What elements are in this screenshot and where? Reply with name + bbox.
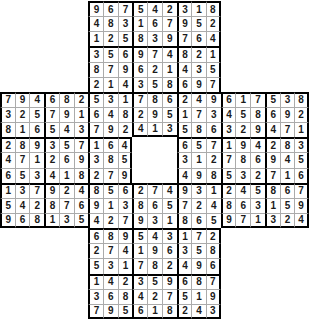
sudoku-cell-r21-c9[interactable]: 5 xyxy=(118,304,133,319)
sudoku-cell-r12-c1[interactable]: 6 xyxy=(0,168,15,183)
sudoku-cell-r16-c11[interactable]: 4 xyxy=(147,228,162,243)
empty-space xyxy=(0,274,15,289)
sudoku-cell-r9-c10[interactable]: 4 xyxy=(132,122,147,137)
sudoku-cell-r1-c10[interactable]: 5 xyxy=(132,1,147,16)
sudoku-cell-r19-c8[interactable]: 4 xyxy=(103,274,118,289)
sudoku-cell-r6-c12[interactable]: 8 xyxy=(162,77,177,92)
sudoku-cell-r19-c13[interactable]: 6 xyxy=(177,274,192,289)
sudoku-cell-r3-c11[interactable]: 3 xyxy=(147,31,162,46)
sudoku-cell-r5-c15[interactable]: 5 xyxy=(206,62,221,77)
sudoku-cell-r8-c16[interactable]: 4 xyxy=(221,107,236,122)
sudoku-cell-r15-c13[interactable]: 8 xyxy=(177,213,192,228)
sudoku-cell-r18-c15[interactable]: 6 xyxy=(206,258,221,273)
sudoku-cell-r8-c14[interactable]: 7 xyxy=(191,107,206,122)
sudoku-cell-r15-c19[interactable]: 3 xyxy=(265,213,280,228)
sudoku-cell-r18-c13[interactable]: 4 xyxy=(177,258,192,273)
sudoku-cell-r7-c9[interactable]: 1 xyxy=(118,92,133,107)
empty-space xyxy=(250,77,265,92)
sudoku-cell-r9-c8[interactable]: 9 xyxy=(103,122,118,137)
sudoku-cell-r20-c8[interactable]: 6 xyxy=(103,289,118,304)
sudoku-cell-r19-c9[interactable]: 2 xyxy=(118,274,133,289)
sudoku-cell-r9-c13[interactable]: 5 xyxy=(177,122,192,137)
sudoku-cell-r11-c2[interactable]: 7 xyxy=(15,152,30,167)
sudoku-cell-r12-c4[interactable]: 4 xyxy=(44,168,59,183)
sudoku-cell-r7-c10[interactable]: 7 xyxy=(132,92,147,107)
sudoku-cell-r12-c15[interactable]: 8 xyxy=(206,168,221,183)
sudoku-cell-r2-c14[interactable]: 5 xyxy=(191,16,206,31)
sudoku-cell-r1-c12[interactable]: 2 xyxy=(162,1,177,16)
sudoku-cell-r8-c7[interactable]: 6 xyxy=(88,107,103,122)
sudoku-cell-r17-c14[interactable]: 5 xyxy=(191,243,206,258)
sudoku-cell-r1-c8[interactable]: 6 xyxy=(103,1,118,16)
sudoku-cell-r15-c3[interactable]: 8 xyxy=(29,213,44,228)
sudoku-cell-r20-c9[interactable]: 8 xyxy=(118,289,133,304)
empty-space xyxy=(74,258,89,273)
sudoku-cell-r1-c13[interactable]: 3 xyxy=(177,1,192,16)
sudoku-cell-r21-c8[interactable]: 9 xyxy=(103,304,118,319)
sudoku-cell-r14-c6[interactable]: 6 xyxy=(74,198,89,213)
sudoku-cell-r15-c6[interactable]: 5 xyxy=(74,213,89,228)
sudoku-cell-r9-c2[interactable]: 1 xyxy=(15,122,30,137)
sudoku-cell-r6-c14[interactable]: 9 xyxy=(191,77,206,92)
sudoku-cell-r8-c5[interactable]: 9 xyxy=(59,107,74,122)
sudoku-cell-r7-c5[interactable]: 8 xyxy=(59,92,74,107)
sudoku-cell-r16-c14[interactable]: 7 xyxy=(191,228,206,243)
sudoku-cell-r15-c17[interactable]: 7 xyxy=(235,213,250,228)
sudoku-cell-r11-c14[interactable]: 1 xyxy=(191,152,206,167)
sudoku-cell-r13-c14[interactable]: 3 xyxy=(191,183,206,198)
sudoku-cell-r18-c9[interactable]: 1 xyxy=(118,258,133,273)
sudoku-cell-r15-c2[interactable]: 6 xyxy=(15,213,30,228)
sudoku-cell-r15-c10[interactable]: 9 xyxy=(132,213,147,228)
sudoku-cell-r13-c2[interactable]: 3 xyxy=(15,183,30,198)
sudoku-cell-r2-c8[interactable]: 8 xyxy=(103,16,118,31)
sudoku-cell-r11-c20[interactable]: 4 xyxy=(280,152,295,167)
sudoku-cell-r16-c10[interactable]: 5 xyxy=(132,228,147,243)
sudoku-cell-r21-c13[interactable]: 2 xyxy=(177,304,192,319)
sudoku-cell-r8-c9[interactable]: 8 xyxy=(118,107,133,122)
sudoku-cell-r8-c4[interactable]: 7 xyxy=(44,107,59,122)
sudoku-cell-r8-c10[interactable]: 2 xyxy=(132,107,147,122)
sudoku-cell-r21-c11[interactable]: 1 xyxy=(147,304,162,319)
sudoku-cell-r21-c15[interactable]: 3 xyxy=(206,304,221,319)
sudoku-cell-r4-c12[interactable]: 4 xyxy=(162,46,177,61)
sudoku-cell-r8-c11[interactable]: 9 xyxy=(147,107,162,122)
sudoku-cell-r10-c14[interactable]: 5 xyxy=(191,137,206,152)
sudoku-cell-r21-c14[interactable]: 4 xyxy=(191,304,206,319)
sudoku-cell-r10-c9[interactable]: 4 xyxy=(118,137,133,152)
sudoku-cell-r15-c5[interactable]: 3 xyxy=(59,213,74,228)
sudoku-cell-r7-c13[interactable]: 2 xyxy=(177,92,192,107)
sudoku-cell-r18-c8[interactable]: 3 xyxy=(103,258,118,273)
sudoku-cell-r21-c10[interactable]: 6 xyxy=(132,304,147,319)
sudoku-cell-r2-c9[interactable]: 3 xyxy=(118,16,133,31)
sudoku-cell-r14-c5[interactable]: 7 xyxy=(59,198,74,213)
sudoku-cell-r13-c11[interactable]: 7 xyxy=(147,183,162,198)
sudoku-cell-r15-c4[interactable]: 1 xyxy=(44,213,59,228)
sudoku-cell-r13-c18[interactable]: 5 xyxy=(250,183,265,198)
empty-space xyxy=(15,16,30,31)
sudoku-cell-r14-c9[interactable]: 3 xyxy=(118,198,133,213)
empty-space xyxy=(132,137,147,152)
sudoku-cell-r6-c10[interactable]: 3 xyxy=(132,77,147,92)
sudoku-cell-r14-c13[interactable]: 7 xyxy=(177,198,192,213)
sudoku-cell-r7-c18[interactable]: 7 xyxy=(250,92,265,107)
sudoku-cell-r10-c7[interactable]: 1 xyxy=(88,137,103,152)
sudoku-cell-r7-c3[interactable]: 4 xyxy=(29,92,44,107)
sudoku-cell-r8-c20[interactable]: 9 xyxy=(280,107,295,122)
sudoku-cell-r2-c12[interactable]: 7 xyxy=(162,16,177,31)
sudoku-cell-r17-c11[interactable]: 9 xyxy=(147,243,162,258)
sudoku-cell-r9-c9[interactable]: 2 xyxy=(118,122,133,137)
sudoku-cell-r8-c19[interactable]: 6 xyxy=(265,107,280,122)
sudoku-cell-r9-c3[interactable]: 6 xyxy=(29,122,44,137)
sudoku-cell-r13-c1[interactable]: 1 xyxy=(0,183,15,198)
sudoku-cell-r5-c11[interactable]: 2 xyxy=(147,62,162,77)
sudoku-cell-r7-c19[interactable]: 5 xyxy=(265,92,280,107)
sudoku-cell-r13-c7[interactable]: 8 xyxy=(88,183,103,198)
empty-space xyxy=(15,31,30,46)
sudoku-cell-r6-c9[interactable]: 4 xyxy=(118,77,133,92)
sudoku-cell-r19-c7[interactable]: 1 xyxy=(88,274,103,289)
sudoku-cell-r11-c17[interactable]: 8 xyxy=(235,152,250,167)
sudoku-cell-r2-c13[interactable]: 9 xyxy=(177,16,192,31)
sudoku-cell-r7-c7[interactable]: 5 xyxy=(88,92,103,107)
sudoku-cell-r17-c8[interactable]: 7 xyxy=(103,243,118,258)
sudoku-cell-r13-c10[interactable]: 2 xyxy=(132,183,147,198)
sudoku-cell-r12-c21[interactable]: 6 xyxy=(294,168,309,183)
sudoku-cell-r12-c3[interactable]: 3 xyxy=(29,168,44,183)
sudoku-cell-r15-c20[interactable]: 2 xyxy=(280,213,295,228)
sudoku-cell-r8-c18[interactable]: 8 xyxy=(250,107,265,122)
sudoku-cell-r13-c8[interactable]: 5 xyxy=(103,183,118,198)
sudoku-cell-r13-c6[interactable]: 4 xyxy=(74,183,89,198)
sudoku-cell-r14-c7[interactable]: 9 xyxy=(88,198,103,213)
empty-space xyxy=(147,152,162,167)
sudoku-cell-r12-c20[interactable]: 1 xyxy=(280,168,295,183)
sudoku-cell-r16-c7[interactable]: 6 xyxy=(88,228,103,243)
sudoku-cell-r7-c14[interactable]: 4 xyxy=(191,92,206,107)
sudoku-cell-r5-c12[interactable]: 1 xyxy=(162,62,177,77)
sudoku-cell-r7-c2[interactable]: 9 xyxy=(15,92,30,107)
sudoku-cell-r13-c16[interactable]: 2 xyxy=(221,183,236,198)
sudoku-cell-r15-c14[interactable]: 6 xyxy=(191,213,206,228)
sudoku-cell-r1-c14[interactable]: 1 xyxy=(191,1,206,16)
sudoku-cell-r14-c20[interactable]: 5 xyxy=(280,198,295,213)
sudoku-cell-r15-c21[interactable]: 4 xyxy=(294,213,309,228)
sudoku-cell-r11-c18[interactable]: 6 xyxy=(250,152,265,167)
sudoku-cell-r14-c11[interactable]: 6 xyxy=(147,198,162,213)
sudoku-cell-r18-c10[interactable]: 7 xyxy=(132,258,147,273)
sudoku-cell-r1-c11[interactable]: 4 xyxy=(147,1,162,16)
sudoku-cell-r14-c18[interactable]: 3 xyxy=(250,198,265,213)
sudoku-cell-r19-c15[interactable]: 7 xyxy=(206,274,221,289)
sudoku-cell-r8-c13[interactable]: 1 xyxy=(177,107,192,122)
sudoku-cell-r15-c11[interactable]: 3 xyxy=(147,213,162,228)
sudoku-cell-r14-c15[interactable]: 4 xyxy=(206,198,221,213)
sudoku-cell-r7-c21[interactable]: 8 xyxy=(294,92,309,107)
sudoku-cell-r3-c15[interactable]: 4 xyxy=(206,31,221,46)
sudoku-cell-r11-c9[interactable]: 5 xyxy=(118,152,133,167)
sudoku-cell-r12-c9[interactable]: 9 xyxy=(118,168,133,183)
sudoku-cell-r1-c9[interactable]: 7 xyxy=(118,1,133,16)
sudoku-cell-r9-c6[interactable]: 3 xyxy=(74,122,89,137)
sudoku-cell-r20-c15[interactable]: 9 xyxy=(206,289,221,304)
sudoku-cell-r21-c7[interactable]: 7 xyxy=(88,304,103,319)
sudoku-cell-r10-c16[interactable]: 1 xyxy=(221,137,236,152)
sudoku-cell-r9-c12[interactable]: 3 xyxy=(162,122,177,137)
sudoku-cell-r12-c2[interactable]: 5 xyxy=(15,168,30,183)
sudoku-cell-r7-c6[interactable]: 2 xyxy=(74,92,89,107)
sudoku-cell-r14-c19[interactable]: 1 xyxy=(265,198,280,213)
sudoku-cell-r13-c20[interactable]: 6 xyxy=(280,183,295,198)
sudoku-cell-r4-c10[interactable]: 9 xyxy=(132,46,147,61)
sudoku-cell-r14-c21[interactable]: 9 xyxy=(294,198,309,213)
sudoku-cell-r8-c12[interactable]: 5 xyxy=(162,107,177,122)
sudoku-cell-r7-c17[interactable]: 1 xyxy=(235,92,250,107)
sudoku-cell-r5-c8[interactable]: 7 xyxy=(103,62,118,77)
sudoku-cell-r19-c12[interactable]: 9 xyxy=(162,274,177,289)
sudoku-cell-r3-c13[interactable]: 7 xyxy=(177,31,192,46)
sudoku-cell-r17-c10[interactable]: 1 xyxy=(132,243,147,258)
sudoku-cell-r2-c11[interactable]: 6 xyxy=(147,16,162,31)
sudoku-cell-r11-c15[interactable]: 2 xyxy=(206,152,221,167)
sudoku-cell-r6-c7[interactable]: 2 xyxy=(88,77,103,92)
sudoku-cell-r14-c17[interactable]: 6 xyxy=(235,198,250,213)
sudoku-cell-r12-c18[interactable]: 2 xyxy=(250,168,265,183)
sudoku-cell-r3-c12[interactable]: 9 xyxy=(162,31,177,46)
sudoku-cell-r7-c12[interactable]: 6 xyxy=(162,92,177,107)
sudoku-cell-r10-c19[interactable]: 2 xyxy=(265,137,280,152)
sudoku-cell-r18-c11[interactable]: 8 xyxy=(147,258,162,273)
sudoku-cell-r10-c1[interactable]: 2 xyxy=(0,137,15,152)
sudoku-cell-r12-c14[interactable]: 9 xyxy=(191,168,206,183)
sudoku-cell-r9-c17[interactable]: 2 xyxy=(235,122,250,137)
sudoku-cell-r13-c19[interactable]: 8 xyxy=(265,183,280,198)
sudoku-cell-r3-c10[interactable]: 8 xyxy=(132,31,147,46)
sudoku-cell-r6-c15[interactable]: 7 xyxy=(206,77,221,92)
sudoku-cell-r3-c9[interactable]: 5 xyxy=(118,31,133,46)
sudoku-cell-r20-c14[interactable]: 1 xyxy=(191,289,206,304)
sudoku-cell-r10-c2[interactable]: 8 xyxy=(15,137,30,152)
sudoku-cell-r15-c18[interactable]: 1 xyxy=(250,213,265,228)
empty-space xyxy=(235,304,250,319)
sudoku-cell-r11-c5[interactable]: 6 xyxy=(59,152,74,167)
sudoku-cell-r13-c21[interactable]: 7 xyxy=(294,183,309,198)
sudoku-cell-r20-c7[interactable]: 3 xyxy=(88,289,103,304)
sudoku-cell-r4-c9[interactable]: 6 xyxy=(118,46,133,61)
sudoku-cell-r19-c11[interactable]: 5 xyxy=(147,274,162,289)
sudoku-cell-r8-c3[interactable]: 5 xyxy=(29,107,44,122)
empty-space xyxy=(29,228,44,243)
sudoku-cell-r17-c12[interactable]: 6 xyxy=(162,243,177,258)
sudoku-cell-r18-c14[interactable]: 9 xyxy=(191,258,206,273)
sudoku-cell-r15-c8[interactable]: 2 xyxy=(103,213,118,228)
sudoku-cell-r7-c16[interactable]: 6 xyxy=(221,92,236,107)
sudoku-cell-r5-c9[interactable]: 9 xyxy=(118,62,133,77)
sudoku-cell-r9-c11[interactable]: 1 xyxy=(147,122,162,137)
sudoku-cell-r13-c4[interactable]: 9 xyxy=(44,183,59,198)
sudoku-cell-r11-c19[interactable]: 9 xyxy=(265,152,280,167)
sudoku-cell-r2-c10[interactable]: 1 xyxy=(132,16,147,31)
sudoku-cell-r21-c12[interactable]: 8 xyxy=(162,304,177,319)
sudoku-cell-r3-c8[interactable]: 2 xyxy=(103,31,118,46)
sudoku-cell-r17-c15[interactable]: 8 xyxy=(206,243,221,258)
sudoku-cell-r1-c7[interactable]: 9 xyxy=(88,1,103,16)
sudoku-cell-r12-c16[interactable]: 5 xyxy=(221,168,236,183)
empty-space xyxy=(294,1,309,16)
sudoku-cell-r20-c13[interactable]: 5 xyxy=(177,289,192,304)
sudoku-cell-r7-c8[interactable]: 3 xyxy=(103,92,118,107)
sudoku-cell-r11-c21[interactable]: 5 xyxy=(294,152,309,167)
sudoku-cell-r4-c13[interactable]: 8 xyxy=(177,46,192,61)
sudoku-cell-r14-c8[interactable]: 1 xyxy=(103,198,118,213)
sudoku-cell-r11-c3[interactable]: 1 xyxy=(29,152,44,167)
sudoku-cell-r15-c1[interactable]: 9 xyxy=(0,213,15,228)
sudoku-cell-r9-c21[interactable]: 1 xyxy=(294,122,309,137)
sudoku-cell-r4-c15[interactable]: 1 xyxy=(206,46,221,61)
sudoku-cell-r11-c7[interactable]: 3 xyxy=(88,152,103,167)
sudoku-cell-r6-c11[interactable]: 5 xyxy=(147,77,162,92)
empty-space xyxy=(132,168,147,183)
sudoku-cell-r13-c13[interactable]: 9 xyxy=(177,183,192,198)
sudoku-cell-r11-c13[interactable]: 3 xyxy=(177,152,192,167)
sudoku-cell-r10-c5[interactable]: 5 xyxy=(59,137,74,152)
sudoku-cell-r3-c7[interactable]: 1 xyxy=(88,31,103,46)
sudoku-cell-r15-c16[interactable]: 9 xyxy=(221,213,236,228)
sudoku-cell-r12-c8[interactable]: 7 xyxy=(103,168,118,183)
sudoku-cell-r5-c7[interactable]: 8 xyxy=(88,62,103,77)
sudoku-cell-r10-c6[interactable]: 7 xyxy=(74,137,89,152)
sudoku-cell-r14-c1[interactable]: 5 xyxy=(0,198,15,213)
sudoku-cell-r17-c13[interactable]: 3 xyxy=(177,243,192,258)
sudoku-cell-r16-c13[interactable]: 1 xyxy=(177,228,192,243)
sudoku-cell-r9-c14[interactable]: 8 xyxy=(191,122,206,137)
sudoku-cell-r10-c13[interactable]: 6 xyxy=(177,137,192,152)
sudoku-cell-r10-c15[interactable]: 7 xyxy=(206,137,221,152)
sudoku-cell-r17-c7[interactable]: 2 xyxy=(88,243,103,258)
sudoku-cell-r16-c8[interactable]: 8 xyxy=(103,228,118,243)
sudoku-cell-r7-c1[interactable]: 7 xyxy=(0,92,15,107)
sudoku-cell-r14-c14[interactable]: 2 xyxy=(191,198,206,213)
sudoku-cell-r16-c9[interactable]: 9 xyxy=(118,228,133,243)
sudoku-cell-r11-c16[interactable]: 7 xyxy=(221,152,236,167)
sudoku-cell-r9-c5[interactable]: 4 xyxy=(59,122,74,137)
sudoku-cell-r4-c11[interactable]: 7 xyxy=(147,46,162,61)
sudoku-cell-r14-c16[interactable]: 8 xyxy=(221,198,236,213)
sudoku-cell-r14-c12[interactable]: 5 xyxy=(162,198,177,213)
sudoku-cell-r9-c19[interactable]: 4 xyxy=(265,122,280,137)
sudoku-cell-r9-c4[interactable]: 5 xyxy=(44,122,59,137)
sudoku-cell-r12-c13[interactable]: 4 xyxy=(177,168,192,183)
sudoku-cell-r8-c21[interactable]: 2 xyxy=(294,107,309,122)
sudoku-cell-r7-c15[interactable]: 9 xyxy=(206,92,221,107)
sudoku-cell-r1-c15[interactable]: 8 xyxy=(206,1,221,16)
sudoku-cell-r7-c11[interactable]: 8 xyxy=(147,92,162,107)
sudoku-cell-r18-c12[interactable]: 2 xyxy=(162,258,177,273)
sudoku-cell-r9-c1[interactable]: 8 xyxy=(0,122,15,137)
sudoku-cell-r3-c14[interactable]: 6 xyxy=(191,31,206,46)
sudoku-cell-r11-c4[interactable]: 2 xyxy=(44,152,59,167)
sudoku-cell-r13-c3[interactable]: 7 xyxy=(29,183,44,198)
sudoku-cell-r10-c3[interactable]: 9 xyxy=(29,137,44,152)
sudoku-cell-r8-c15[interactable]: 3 xyxy=(206,107,221,122)
sudoku-cell-r11-c8[interactable]: 8 xyxy=(103,152,118,167)
sudoku-cell-r13-c15[interactable]: 1 xyxy=(206,183,221,198)
sudoku-cell-r9-c7[interactable]: 7 xyxy=(88,122,103,137)
sudoku-cell-r12-c19[interactable]: 7 xyxy=(265,168,280,183)
sudoku-cell-r15-c12[interactable]: 1 xyxy=(162,213,177,228)
sudoku-cell-r12-c17[interactable]: 3 xyxy=(235,168,250,183)
sudoku-cell-r9-c18[interactable]: 9 xyxy=(250,122,265,137)
sudoku-cell-r10-c18[interactable]: 4 xyxy=(250,137,265,152)
sudoku-cell-r15-c9[interactable]: 7 xyxy=(118,213,133,228)
sudoku-cell-r7-c4[interactable]: 6 xyxy=(44,92,59,107)
sudoku-cell-r8-c2[interactable]: 2 xyxy=(15,107,30,122)
sudoku-cell-r16-c12[interactable]: 3 xyxy=(162,228,177,243)
sudoku-cell-r14-c2[interactable]: 4 xyxy=(15,198,30,213)
sudoku-cell-r8-c8[interactable]: 4 xyxy=(103,107,118,122)
sudoku-cell-r15-c15[interactable]: 5 xyxy=(206,213,221,228)
sudoku-cell-r4-c7[interactable]: 3 xyxy=(88,46,103,61)
sudoku-cell-r7-c20[interactable]: 3 xyxy=(280,92,295,107)
sudoku-cell-r10-c4[interactable]: 3 xyxy=(44,137,59,152)
sudoku-cell-r9-c16[interactable]: 3 xyxy=(221,122,236,137)
sudoku-cell-r14-c4[interactable]: 8 xyxy=(44,198,59,213)
sudoku-cell-r18-c7[interactable]: 5 xyxy=(88,258,103,273)
sudoku-cell-r13-c17[interactable]: 4 xyxy=(235,183,250,198)
sudoku-cell-r19-c10[interactable]: 3 xyxy=(132,274,147,289)
sudoku-cell-r9-c20[interactable]: 7 xyxy=(280,122,295,137)
sudoku-cell-r5-c14[interactable]: 3 xyxy=(191,62,206,77)
sudoku-cell-r19-c14[interactable]: 8 xyxy=(191,274,206,289)
sudoku-cell-r10-c17[interactable]: 9 xyxy=(235,137,250,152)
sudoku-cell-r10-c20[interactable]: 8 xyxy=(280,137,295,152)
sudoku-cell-r4-c14[interactable]: 2 xyxy=(191,46,206,61)
sudoku-cell-r8-c1[interactable]: 3 xyxy=(0,107,15,122)
sudoku-cell-r6-c13[interactable]: 6 xyxy=(177,77,192,92)
empty-space xyxy=(221,62,236,77)
sudoku-cell-r2-c15[interactable]: 2 xyxy=(206,16,221,31)
sudoku-cell-r12-c5[interactable]: 1 xyxy=(59,168,74,183)
sudoku-cell-r6-c8[interactable]: 1 xyxy=(103,77,118,92)
sudoku-cell-r20-c12[interactable]: 7 xyxy=(162,289,177,304)
sudoku-cell-r10-c21[interactable]: 3 xyxy=(294,137,309,152)
sudoku-cell-r2-c7[interactable]: 4 xyxy=(88,16,103,31)
sudoku-cell-r13-c9[interactable]: 6 xyxy=(118,183,133,198)
sudoku-cell-r17-c9[interactable]: 4 xyxy=(118,243,133,258)
sudoku-cell-r14-c3[interactable]: 2 xyxy=(29,198,44,213)
sudoku-cell-r4-c8[interactable]: 5 xyxy=(103,46,118,61)
sudoku-cell-r13-c12[interactable]: 4 xyxy=(162,183,177,198)
sudoku-cell-r5-c13[interactable]: 4 xyxy=(177,62,192,77)
sudoku-cell-r9-c15[interactable]: 6 xyxy=(206,122,221,137)
sudoku-cell-r16-c15[interactable]: 2 xyxy=(206,228,221,243)
sudoku-cell-r20-c11[interactable]: 2 xyxy=(147,289,162,304)
sudoku-cell-r20-c10[interactable]: 4 xyxy=(132,289,147,304)
sudoku-cell-r5-c10[interactable]: 6 xyxy=(132,62,147,77)
sudoku-cell-r8-c6[interactable]: 1 xyxy=(74,107,89,122)
sudoku-cell-r14-c10[interactable]: 8 xyxy=(132,198,147,213)
sudoku-cell-r13-c5[interactable]: 2 xyxy=(59,183,74,198)
sudoku-cell-r11-c1[interactable]: 4 xyxy=(0,152,15,167)
sudoku-cell-r12-c6[interactable]: 8 xyxy=(74,168,89,183)
sudoku-cell-r11-c6[interactable]: 9 xyxy=(74,152,89,167)
sudoku-cell-r8-c17[interactable]: 5 xyxy=(235,107,250,122)
sudoku-cell-r15-c7[interactable]: 4 xyxy=(88,213,103,228)
sudoku-cell-r10-c8[interactable]: 6 xyxy=(103,137,118,152)
sudoku-cell-r12-c7[interactable]: 2 xyxy=(88,168,103,183)
